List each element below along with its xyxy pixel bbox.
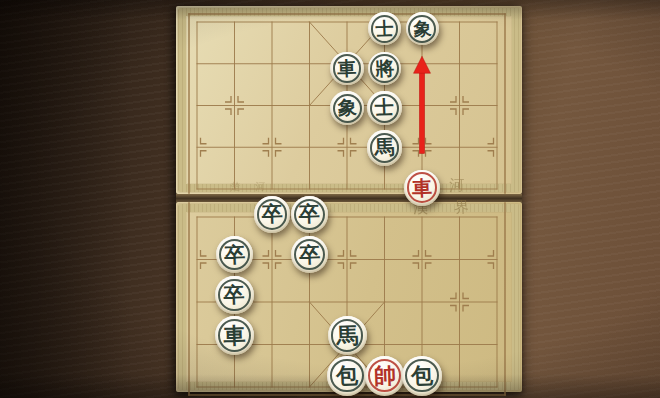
piece-glyph: 士	[367, 90, 403, 126]
piece-black-soldier[interactable]: 卒	[254, 196, 291, 233]
pieces-layer: 士象車將象士馬車卒卒卒卒卒車馬包帥包	[0, 0, 660, 398]
piece-black-general[interactable]: 將	[368, 52, 402, 86]
piece-black-elephant[interactable]: 象	[330, 91, 365, 126]
piece-glyph: 卒	[290, 235, 329, 274]
piece-glyph: 象	[405, 12, 439, 46]
piece-black-chariot[interactable]: 車	[330, 52, 364, 86]
piece-black-horse[interactable]: 馬	[328, 316, 367, 355]
piece-black-advisor[interactable]: 士	[367, 91, 402, 126]
piece-black-soldier[interactable]: 卒	[291, 236, 329, 274]
piece-glyph: 卒	[215, 275, 255, 315]
piece-glyph: 卒	[215, 235, 254, 274]
piece-black-chariot[interactable]: 車	[215, 316, 254, 355]
piece-black-advisor[interactable]: 士	[368, 12, 401, 45]
piece-glyph: 卒	[253, 195, 291, 233]
piece-glyph: 包	[401, 355, 442, 396]
piece-black-horse[interactable]: 馬	[367, 130, 402, 165]
piece-glyph: 士	[367, 12, 401, 46]
piece-glyph: 車	[403, 169, 440, 206]
piece-black-soldier[interactable]: 卒	[216, 236, 254, 274]
piece-black-cannon[interactable]: 包	[402, 356, 442, 396]
piece-glyph: 帥	[364, 355, 405, 396]
piece-red-chariot[interactable]: 車	[404, 170, 440, 206]
photo-frame: 楚河 楚河 漢界 士象車將象士馬車卒卒卒卒卒車馬包帥包	[0, 0, 660, 398]
piece-glyph: 象	[329, 90, 365, 126]
piece-black-elephant[interactable]: 象	[406, 12, 439, 45]
piece-black-soldier[interactable]: 卒	[215, 276, 253, 314]
piece-black-soldier[interactable]: 卒	[291, 196, 328, 233]
piece-glyph: 馬	[327, 315, 367, 355]
piece-glyph: 車	[214, 315, 254, 355]
piece-glyph: 包	[326, 355, 367, 396]
piece-glyph: 卒	[290, 195, 328, 233]
piece-glyph: 將	[367, 51, 402, 86]
piece-glyph: 車	[330, 51, 365, 86]
piece-red-general[interactable]: 帥	[365, 356, 405, 396]
piece-glyph: 馬	[366, 130, 402, 166]
piece-black-cannon[interactable]: 包	[327, 356, 367, 396]
